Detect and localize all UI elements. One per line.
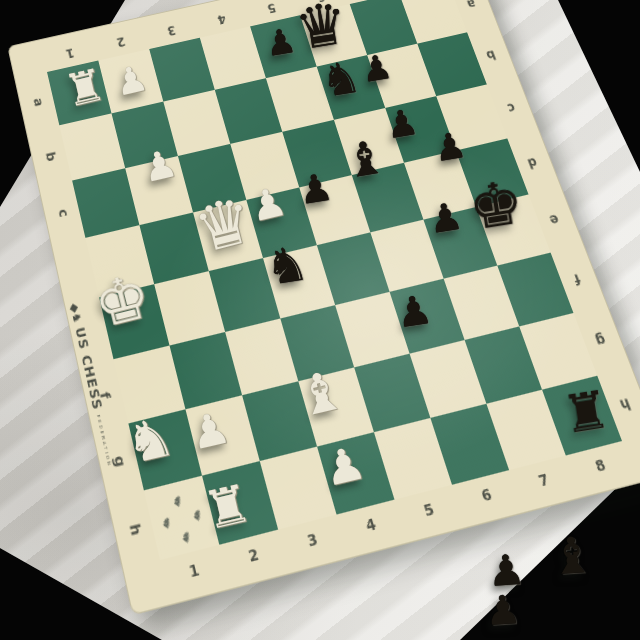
white-p-g2[interactable]: ♟ (175, 402, 245, 459)
captured-black-b-1[interactable]: ♝ (535, 529, 608, 584)
black-n-e4[interactable]: ♞ (250, 236, 324, 294)
white-r-h2[interactable]: ♜ (186, 474, 269, 541)
black-p-f6[interactable]: ♟ (383, 287, 445, 335)
black-p-d7[interactable]: ♟ (422, 125, 477, 168)
photo-stage: 1234567812345678abcfghabcdefgh ◆♞ US CHE… (0, 0, 640, 640)
white-k-e1[interactable]: ♚ (72, 260, 171, 341)
white-p-h4[interactable]: ♟ (307, 436, 380, 495)
white-b-g4[interactable]: ♝ (278, 359, 364, 429)
captured-black-p-2[interactable]: ♟ (474, 588, 533, 632)
white-p-c2[interactable]: ♟ (130, 142, 190, 191)
